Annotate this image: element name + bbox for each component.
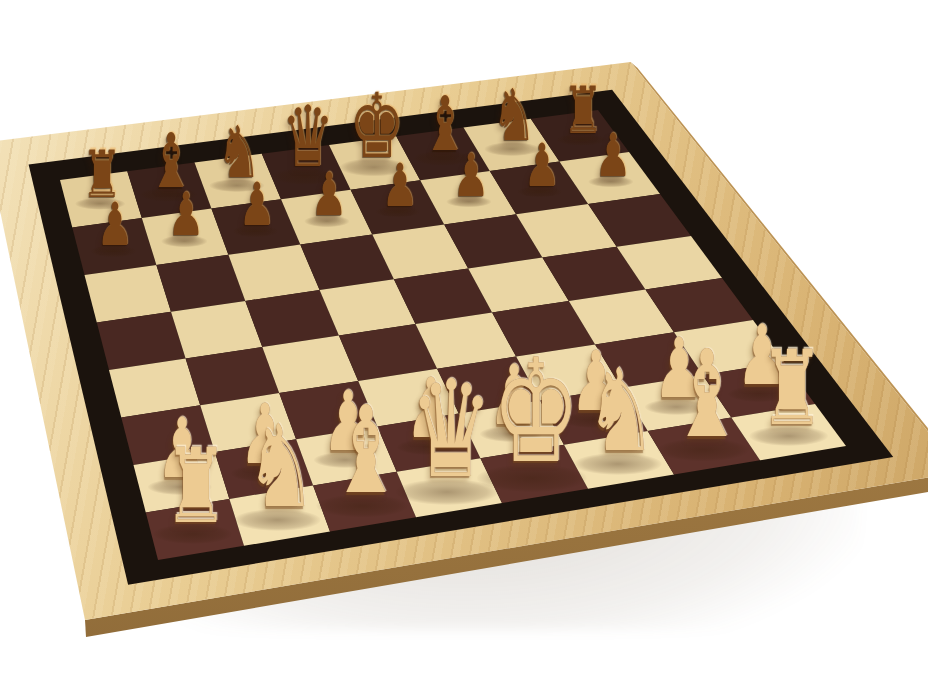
piece-black-pawn-e7[interactable]: ♟ <box>381 155 418 215</box>
piece-white-knight-f1[interactable]: ♞ <box>586 355 657 469</box>
chess-board: ♜♝♞♛♚♝♞♜♟♟♟♟♟♟♟♟♟♟♟♟♟♟♟♟♜♞♝♛♚♞♝♜ <box>0 0 928 686</box>
piece-black-pawn-a7[interactable]: ♟ <box>97 194 134 254</box>
piece-white-bishop-c1[interactable]: ♝ <box>329 390 404 511</box>
chess-set-photo: ♜♝♞♛♚♝♞♜♟♟♟♟♟♟♟♟♟♟♟♟♟♟♟♟♜♞♝♛♚♞♝♜ <box>0 0 928 686</box>
piece-white-bishop-g1[interactable]: ♝ <box>669 334 744 455</box>
piece-black-pawn-c7[interactable]: ♟ <box>239 175 276 235</box>
piece-black-pawn-f7[interactable]: ♟ <box>452 145 489 205</box>
piece-black-pawn-h7[interactable]: ♟ <box>594 125 631 185</box>
piece-white-rook-a1[interactable]: ♜ <box>164 435 228 538</box>
piece-black-pawn-b7[interactable]: ♟ <box>168 185 205 245</box>
piece-white-queen-d1[interactable]: ♛ <box>409 363 493 497</box>
piece-black-pawn-g7[interactable]: ♟ <box>523 135 560 195</box>
piece-white-king-e1[interactable]: ♚ <box>492 341 581 484</box>
piece-black-pawn-d7[interactable]: ♟ <box>310 165 347 225</box>
piece-white-rook-h1[interactable]: ♜ <box>760 337 824 440</box>
piece-white-knight-b1[interactable]: ♞ <box>246 411 317 525</box>
